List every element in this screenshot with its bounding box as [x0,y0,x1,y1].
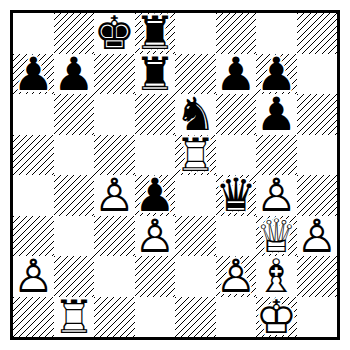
square-e3[interactable] [175,216,216,257]
square-b1[interactable]: ♜♖ [54,297,95,338]
square-c7[interactable] [94,54,135,95]
piece-white-pawn: ♙ [216,256,257,297]
piece-black-knight-halo: ♞ [175,94,216,135]
square-f3[interactable] [216,216,257,257]
piece-white-king: ♔ [256,297,297,338]
square-d8[interactable]: ♜♜ [135,13,176,54]
square-d4[interactable]: ♟♟ [135,175,176,216]
square-g7[interactable]: ♟♟ [256,54,297,95]
piece-white-rook: ♖ [175,135,216,176]
piece-black-pawn-halo: ♟ [256,94,297,135]
piece-black-pawn: ♟ [256,94,297,135]
piece-white-pawn-halo: ♟ [256,175,297,216]
square-a7[interactable]: ♟♟ [13,54,54,95]
square-d6[interactable] [135,94,176,135]
piece-black-pawn: ♟ [256,54,297,95]
square-c2[interactable] [94,256,135,297]
square-g5[interactable] [256,135,297,176]
square-b7[interactable]: ♟♟ [54,54,95,95]
square-a2[interactable]: ♟♙ [13,256,54,297]
square-h7[interactable] [297,54,338,95]
piece-white-rook: ♖ [54,297,95,338]
piece-black-pawn: ♟ [135,175,176,216]
square-f4[interactable]: ♛♛ [216,175,257,216]
piece-black-rook: ♜ [135,54,176,95]
square-b5[interactable] [54,135,95,176]
square-g3[interactable]: ♛♕ [256,216,297,257]
chess-board: ♚♚♜♜♟♟♟♟♜♜♟♟♟♟♞♞♟♟♜♖♟♙♟♟♛♛♟♙♟♙♛♕♟♙♟♙♟♙♝♗… [13,13,337,337]
piece-white-queen: ♕ [256,216,297,257]
piece-black-queen: ♛ [216,175,257,216]
piece-black-pawn: ♟ [13,54,54,95]
square-g4[interactable]: ♟♙ [256,175,297,216]
square-c6[interactable] [94,94,135,135]
piece-white-pawn: ♙ [94,175,135,216]
square-a5[interactable] [13,135,54,176]
square-d7[interactable]: ♜♜ [135,54,176,95]
piece-black-king: ♚ [94,13,135,54]
square-b8[interactable] [54,13,95,54]
square-f8[interactable] [216,13,257,54]
piece-black-pawn: ♟ [54,54,95,95]
square-h1[interactable] [297,297,338,338]
piece-black-pawn-halo: ♟ [216,54,257,95]
square-f1[interactable] [216,297,257,338]
piece-white-rook-halo: ♜ [54,297,95,338]
piece-white-pawn: ♙ [256,175,297,216]
square-c8[interactable]: ♚♚ [94,13,135,54]
square-a6[interactable] [13,94,54,135]
square-g6[interactable]: ♟♟ [256,94,297,135]
square-e2[interactable] [175,256,216,297]
piece-white-king-halo: ♚ [256,297,297,338]
piece-white-rook-halo: ♜ [175,135,216,176]
square-f2[interactable]: ♟♙ [216,256,257,297]
square-c4[interactable]: ♟♙ [94,175,135,216]
square-g8[interactable] [256,13,297,54]
square-g2[interactable]: ♝♗ [256,256,297,297]
piece-white-pawn-halo: ♟ [216,256,257,297]
square-h6[interactable] [297,94,338,135]
square-e6[interactable]: ♞♞ [175,94,216,135]
square-c5[interactable] [94,135,135,176]
square-b3[interactable] [54,216,95,257]
piece-black-knight: ♞ [175,94,216,135]
chess-diagram: ♚♚♜♜♟♟♟♟♜♜♟♟♟♟♞♞♟♟♜♖♟♙♟♟♛♛♟♙♟♙♛♕♟♙♟♙♟♙♝♗… [0,0,350,350]
square-e5[interactable]: ♜♖ [175,135,216,176]
board-border: ♚♚♜♜♟♟♟♟♜♜♟♟♟♟♞♞♟♟♜♖♟♙♟♟♛♛♟♙♟♙♛♕♟♙♟♙♟♙♝♗… [10,10,340,340]
piece-white-pawn: ♙ [13,256,54,297]
piece-white-pawn-halo: ♟ [13,256,54,297]
square-e7[interactable] [175,54,216,95]
square-h3[interactable]: ♟♙ [297,216,338,257]
piece-black-pawn-halo: ♟ [256,54,297,95]
square-c1[interactable] [94,297,135,338]
square-d3[interactable]: ♟♙ [135,216,176,257]
piece-black-pawn-halo: ♟ [54,54,95,95]
square-c3[interactable] [94,216,135,257]
square-e4[interactable] [175,175,216,216]
piece-white-pawn-halo: ♟ [297,216,338,257]
square-g1[interactable]: ♚♔ [256,297,297,338]
square-b4[interactable] [54,175,95,216]
square-b2[interactable] [54,256,95,297]
square-d2[interactable] [135,256,176,297]
piece-black-rook-halo: ♜ [135,13,176,54]
piece-black-pawn-halo: ♟ [135,175,176,216]
square-h2[interactable] [297,256,338,297]
piece-black-pawn: ♟ [216,54,257,95]
piece-white-pawn-halo: ♟ [94,175,135,216]
piece-black-rook-halo: ♜ [135,54,176,95]
square-a3[interactable] [13,216,54,257]
square-h4[interactable] [297,175,338,216]
piece-white-queen-halo: ♛ [256,216,297,257]
piece-black-rook: ♜ [135,13,176,54]
square-e1[interactable] [175,297,216,338]
square-a4[interactable] [13,175,54,216]
piece-black-pawn-halo: ♟ [13,54,54,95]
square-a8[interactable] [13,13,54,54]
piece-white-bishop: ♗ [256,256,297,297]
piece-black-queen-halo: ♛ [216,175,257,216]
piece-white-pawn-halo: ♟ [135,216,176,257]
piece-white-pawn: ♙ [135,216,176,257]
piece-white-bishop-halo: ♝ [256,256,297,297]
square-h5[interactable] [297,135,338,176]
square-d5[interactable] [135,135,176,176]
square-a1[interactable] [13,297,54,338]
square-h8[interactable] [297,13,338,54]
piece-white-pawn: ♙ [297,216,338,257]
square-d1[interactable] [135,297,176,338]
square-f7[interactable]: ♟♟ [216,54,257,95]
square-f5[interactable] [216,135,257,176]
piece-black-king-halo: ♚ [94,13,135,54]
square-f6[interactable] [216,94,257,135]
square-e8[interactable] [175,13,216,54]
square-b6[interactable] [54,94,95,135]
